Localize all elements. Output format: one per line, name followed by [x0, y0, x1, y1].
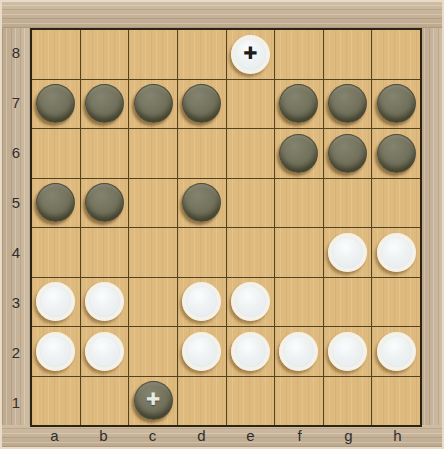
square-f4[interactable]: [275, 228, 323, 277]
rank-label-1: 1: [2, 377, 30, 427]
rank-label-5: 5: [2, 178, 30, 228]
black-man-piece[interactable]: [377, 134, 416, 173]
file-label-d: d: [177, 425, 226, 447]
white-man-piece[interactable]: [36, 332, 75, 371]
square-a4[interactable]: [32, 228, 80, 277]
square-h6[interactable]: [372, 129, 420, 178]
white-man-piece[interactable]: [328, 332, 367, 371]
square-c8[interactable]: [129, 30, 177, 79]
square-e5[interactable]: [227, 179, 275, 228]
square-a7[interactable]: [32, 80, 80, 129]
square-d6[interactable]: [178, 129, 226, 178]
rank-label-8: 8: [2, 28, 30, 78]
square-b1[interactable]: [81, 377, 129, 426]
board-grid: ✚✚: [30, 28, 422, 427]
square-c1[interactable]: ✚: [129, 377, 177, 426]
black-man-piece[interactable]: [377, 84, 416, 123]
square-b8[interactable]: [81, 30, 129, 79]
square-a6[interactable]: [32, 129, 80, 178]
square-b5[interactable]: [81, 179, 129, 228]
black-man-piece[interactable]: [328, 134, 367, 173]
square-h1[interactable]: [372, 377, 420, 426]
black-man-piece[interactable]: [36, 183, 75, 222]
black-man-piece[interactable]: [85, 84, 124, 123]
black-man-piece[interactable]: [279, 134, 318, 173]
square-h5[interactable]: [372, 179, 420, 228]
black-man-piece[interactable]: [182, 183, 221, 222]
square-h2[interactable]: [372, 327, 420, 376]
black-man-piece[interactable]: [182, 84, 221, 123]
square-b2[interactable]: [81, 327, 129, 376]
square-f3[interactable]: [275, 278, 323, 327]
square-h3[interactable]: [372, 278, 420, 327]
square-d3[interactable]: [178, 278, 226, 327]
square-a5[interactable]: [32, 179, 80, 228]
square-d8[interactable]: [178, 30, 226, 79]
rank-label-2: 2: [2, 327, 30, 377]
square-e6[interactable]: [227, 129, 275, 178]
black-man-piece[interactable]: [85, 183, 124, 222]
square-c7[interactable]: [129, 80, 177, 129]
square-f2[interactable]: [275, 327, 323, 376]
rank-label-7: 7: [2, 78, 30, 128]
file-labels: abcdefgh: [30, 425, 422, 447]
white-man-piece[interactable]: [328, 233, 367, 272]
black-man-piece[interactable]: [134, 84, 173, 123]
file-label-e: e: [226, 425, 275, 447]
white-man-piece[interactable]: [231, 332, 270, 371]
square-g1[interactable]: [324, 377, 372, 426]
square-g3[interactable]: [324, 278, 372, 327]
square-d4[interactable]: [178, 228, 226, 277]
white-man-piece[interactable]: [36, 282, 75, 321]
square-g5[interactable]: [324, 179, 372, 228]
square-e8[interactable]: ✚: [227, 30, 275, 79]
square-a2[interactable]: [32, 327, 80, 376]
square-f8[interactable]: [275, 30, 323, 79]
rank-label-3: 3: [2, 277, 30, 327]
square-b3[interactable]: [81, 278, 129, 327]
square-g2[interactable]: [324, 327, 372, 376]
square-c5[interactable]: [129, 179, 177, 228]
white-man-piece[interactable]: [279, 332, 318, 371]
white-king-piece[interactable]: ✚: [231, 35, 270, 74]
square-h8[interactable]: [372, 30, 420, 79]
square-g8[interactable]: [324, 30, 372, 79]
board-frame-top: [2, 2, 442, 28]
file-label-h: h: [373, 425, 422, 447]
square-h4[interactable]: [372, 228, 420, 277]
file-label-b: b: [79, 425, 128, 447]
white-man-piece[interactable]: [231, 282, 270, 321]
black-king-piece[interactable]: ✚: [134, 381, 173, 420]
square-d7[interactable]: [178, 80, 226, 129]
square-g4[interactable]: [324, 228, 372, 277]
square-e7[interactable]: [227, 80, 275, 129]
square-d5[interactable]: [178, 179, 226, 228]
square-b7[interactable]: [81, 80, 129, 129]
white-man-piece[interactable]: [377, 233, 416, 272]
white-man-piece[interactable]: [377, 332, 416, 371]
square-d2[interactable]: [178, 327, 226, 376]
file-label-a: a: [30, 425, 79, 447]
square-a3[interactable]: [32, 278, 80, 327]
square-g7[interactable]: [324, 80, 372, 129]
square-f1[interactable]: [275, 377, 323, 426]
square-a8[interactable]: [32, 30, 80, 79]
black-man-piece[interactable]: [279, 84, 318, 123]
file-label-c: c: [128, 425, 177, 447]
square-e3[interactable]: [227, 278, 275, 327]
square-b4[interactable]: [81, 228, 129, 277]
square-b6[interactable]: [81, 129, 129, 178]
square-d1[interactable]: [178, 377, 226, 426]
square-c6[interactable]: [129, 129, 177, 178]
rank-label-4: 4: [2, 228, 30, 278]
square-c2[interactable]: [129, 327, 177, 376]
file-label-f: f: [275, 425, 324, 447]
king-cross-icon: ✚: [243, 45, 257, 62]
white-man-piece[interactable]: [182, 332, 221, 371]
square-c3[interactable]: [129, 278, 177, 327]
square-f7[interactable]: [275, 80, 323, 129]
square-e2[interactable]: [227, 327, 275, 376]
square-e1[interactable]: [227, 377, 275, 426]
square-f6[interactable]: [275, 129, 323, 178]
square-h7[interactable]: [372, 80, 420, 129]
rank-label-6: 6: [2, 128, 30, 178]
white-man-piece[interactable]: [182, 282, 221, 321]
black-man-piece[interactable]: [328, 84, 367, 123]
king-cross-icon: ✚: [146, 391, 160, 408]
black-man-piece[interactable]: [36, 84, 75, 123]
dama-board-window: 87654321 ✚✚ abcdefgh: [0, 0, 444, 449]
square-a1[interactable]: [32, 377, 80, 426]
square-c4[interactable]: [129, 228, 177, 277]
board-frame-right: [420, 2, 442, 447]
white-man-piece[interactable]: [85, 282, 124, 321]
white-man-piece[interactable]: [85, 332, 124, 371]
square-g6[interactable]: [324, 129, 372, 178]
file-label-g: g: [324, 425, 373, 447]
rank-labels: 87654321: [2, 28, 30, 427]
square-f5[interactable]: [275, 179, 323, 228]
square-e4[interactable]: [227, 228, 275, 277]
